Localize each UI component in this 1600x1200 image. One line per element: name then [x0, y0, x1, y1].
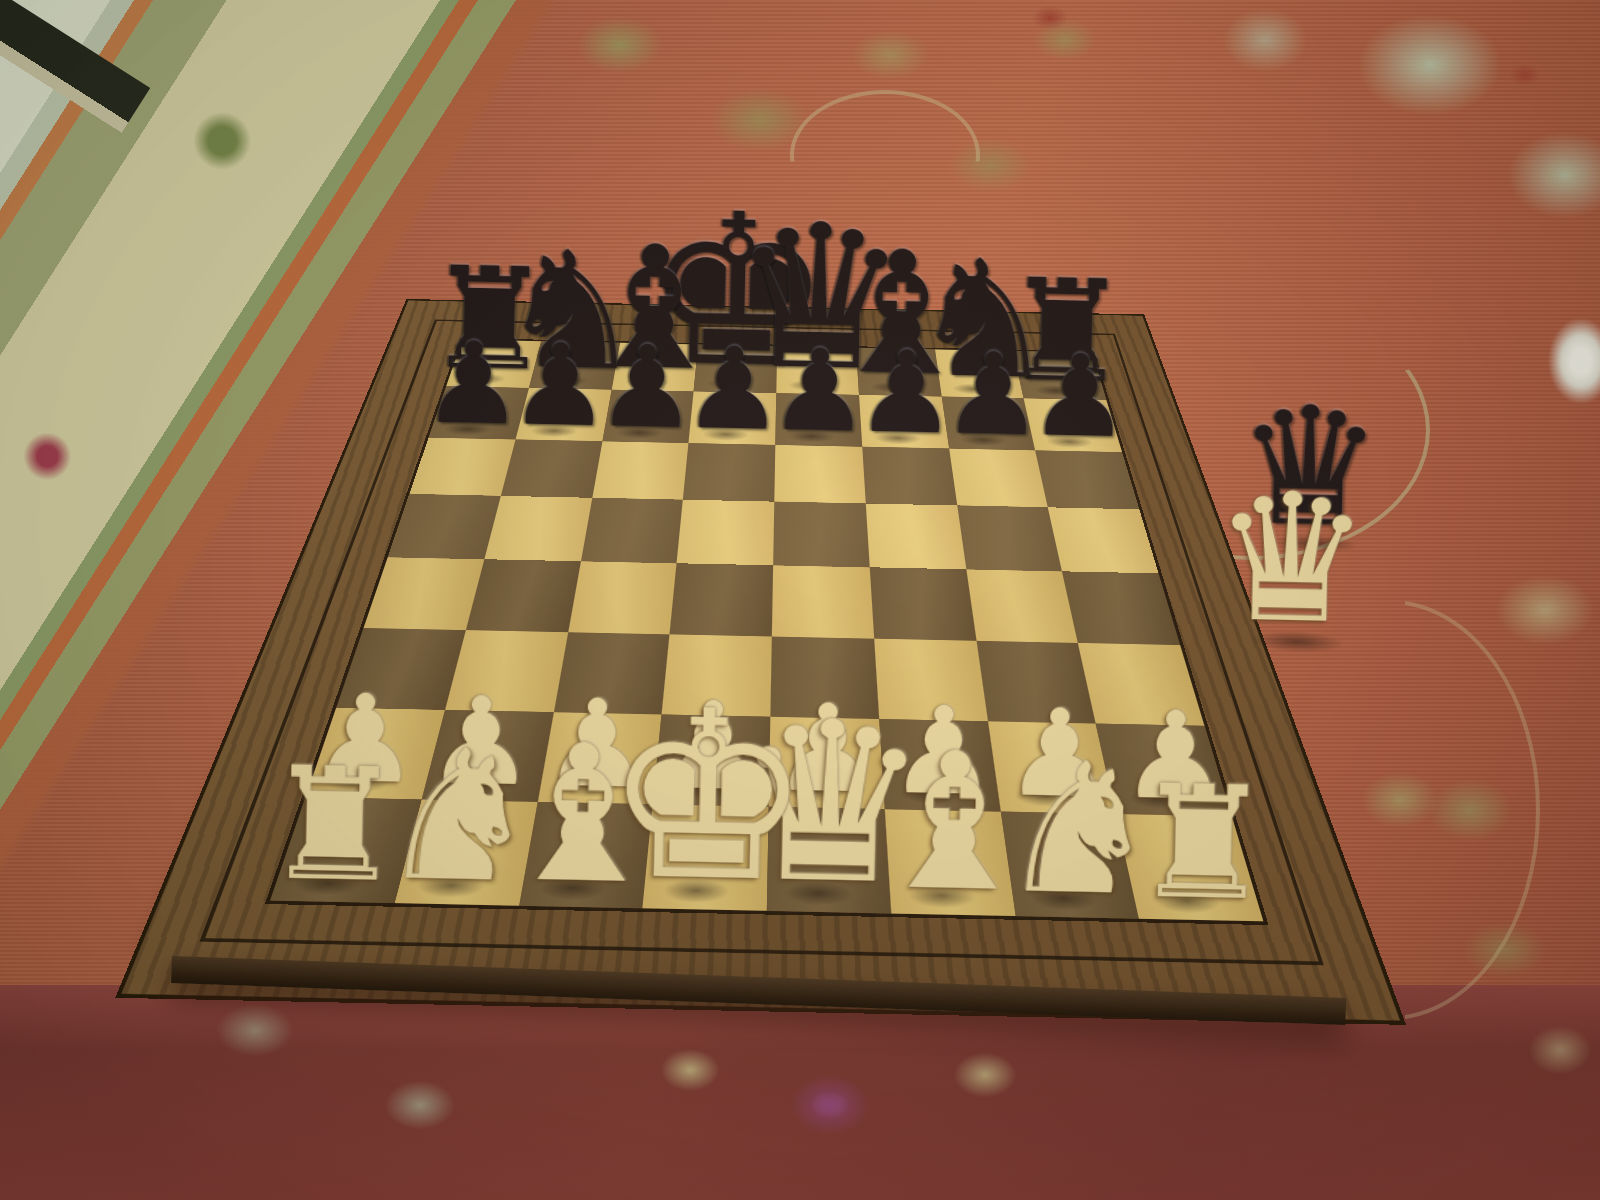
square-a5 [388, 494, 501, 559]
square-e7: ♟ [775, 393, 862, 446]
square-h5 [1048, 508, 1159, 574]
square-b4 [466, 559, 581, 632]
piece-white-king: ♚ [601, 684, 814, 909]
square-h4 [1062, 571, 1180, 645]
square-d5 [677, 500, 775, 565]
square-b5 [484, 496, 592, 561]
square-c4 [568, 561, 677, 634]
square-e4 [772, 565, 874, 638]
square-h6 [1035, 450, 1139, 509]
square-g6 [949, 448, 1048, 507]
square-f6 [862, 446, 957, 505]
square-f7: ♟ [859, 395, 949, 449]
square-a6 [409, 437, 515, 496]
square-c6 [592, 441, 689, 500]
square-h7: ♟ [1024, 398, 1122, 452]
square-e6 [774, 445, 865, 504]
square-f4 [869, 567, 975, 640]
piece-white-knight: ♞ [376, 729, 541, 904]
square-a4 [364, 557, 484, 630]
square-e5 [773, 502, 869, 568]
square-b6 [501, 439, 602, 498]
board-field: ♜♞♝♚♛♝♞♜♟♟♟♟♟♟♟♟♟♟♟♟♟♟♟♟♜♞♝♚♛♝♞♜ [270, 339, 1263, 921]
piece-white-knight: ♞ [996, 742, 1161, 917]
square-g5 [957, 506, 1062, 572]
square-d6 [683, 443, 775, 502]
square-d4 [670, 563, 773, 636]
square-g7: ♟ [941, 396, 1035, 450]
square-d7: ♟ [689, 391, 777, 444]
square-c7: ♟ [602, 390, 694, 443]
photo-canvas: ♜♞♝♚♛♝♞♜♟♟♟♟♟♟♟♟♟♟♟♟♟♟♟♟♜♞♝♚♛♝♞♜ ♛ ♛ [0, 0, 1600, 1200]
square-f5 [866, 504, 966, 570]
square-g1: ♞ [1000, 812, 1139, 919]
piece-white-queen-spare: ♛ [1210, 473, 1372, 644]
square-b1: ♞ [394, 800, 537, 906]
piece-black-pawn: ♟ [1028, 342, 1131, 451]
square-g4 [966, 569, 1078, 642]
square-c5 [580, 498, 683, 563]
square-d1: ♚ [643, 805, 769, 911]
